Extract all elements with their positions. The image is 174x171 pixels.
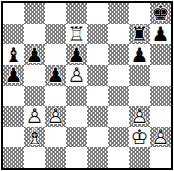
square-h2[interactable]: ♟♙ [150, 127, 171, 148]
square-b8[interactable] [24, 3, 45, 24]
square-b6[interactable]: ♟ [24, 44, 45, 65]
square-c4[interactable] [45, 86, 66, 107]
square-h1[interactable] [150, 147, 171, 168]
square-b5[interactable] [24, 65, 45, 86]
square-a2[interactable] [3, 127, 24, 148]
square-g7[interactable]: ♜ [129, 24, 150, 45]
square-e1[interactable] [87, 147, 108, 168]
square-g1[interactable] [129, 147, 150, 168]
square-f4[interactable] [108, 86, 129, 107]
black-pawn-icon: ♟ [129, 44, 150, 65]
white-pawn-icon: ♙ [129, 106, 150, 127]
square-f6[interactable] [108, 44, 129, 65]
square-a7[interactable] [3, 24, 24, 45]
square-g8[interactable] [129, 3, 150, 24]
square-e2[interactable] [87, 127, 108, 148]
square-e4[interactable] [87, 86, 108, 107]
white-bishop-icon: ♗ [24, 127, 45, 148]
chess-board: ♚♜♖♜♟♝♟♟♟♟♟♟♙♟♙♟♙♟♙♝♗♚♔♟♙ [1, 1, 173, 170]
square-c1[interactable] [45, 147, 66, 168]
square-h8[interactable]: ♚ [150, 3, 171, 24]
square-f7[interactable] [108, 24, 129, 45]
square-g6[interactable]: ♟ [129, 44, 150, 65]
square-e3[interactable] [87, 106, 108, 127]
white-pawn-fill: ♟ [129, 106, 150, 127]
diagram-frame: ♚♜♖♜♟♝♟♟♟♟♟♟♙♟♙♟♙♟♙♝♗♚♔♟♙ [0, 0, 174, 171]
square-h4[interactable] [150, 86, 171, 107]
white-rook-fill: ♜ [66, 24, 87, 45]
square-f1[interactable] [108, 147, 129, 168]
square-d2[interactable] [66, 127, 87, 148]
square-a6[interactable]: ♝ [3, 44, 24, 65]
square-g3[interactable]: ♟♙ [129, 106, 150, 127]
square-b4[interactable] [24, 86, 45, 107]
square-c7[interactable] [45, 24, 66, 45]
square-b1[interactable] [24, 147, 45, 168]
white-pawn-fill: ♟ [150, 127, 171, 148]
square-d5[interactable]: ♟♙ [66, 65, 87, 86]
square-h7[interactable]: ♟ [150, 24, 171, 45]
square-c5[interactable]: ♟ [45, 65, 66, 86]
square-b2[interactable]: ♝♗ [24, 127, 45, 148]
square-d4[interactable] [66, 86, 87, 107]
white-bishop-fill: ♝ [24, 127, 45, 148]
white-pawn-fill: ♟ [45, 106, 66, 127]
square-c6[interactable] [45, 44, 66, 65]
white-pawn-fill: ♟ [66, 65, 87, 86]
black-pawn-icon: ♟ [150, 24, 171, 45]
white-pawn-icon: ♙ [150, 127, 171, 148]
white-pawn-icon: ♙ [45, 106, 66, 127]
black-bishop-icon: ♝ [3, 44, 24, 65]
square-e7[interactable] [87, 24, 108, 45]
square-e6[interactable] [87, 44, 108, 65]
square-b7[interactable] [24, 24, 45, 45]
white-rook-icon: ♖ [66, 24, 87, 45]
square-f2[interactable] [108, 127, 129, 148]
black-pawn-icon: ♟ [45, 65, 66, 86]
square-g2[interactable]: ♚♔ [129, 127, 150, 148]
square-c8[interactable] [45, 3, 66, 24]
square-c3[interactable]: ♟♙ [45, 106, 66, 127]
black-pawn-icon: ♟ [24, 44, 45, 65]
square-a3[interactable] [3, 106, 24, 127]
square-d1[interactable] [66, 147, 87, 168]
square-d7[interactable]: ♜♖ [66, 24, 87, 45]
square-c2[interactable] [45, 127, 66, 148]
square-g4[interactable] [129, 86, 150, 107]
black-rook-icon: ♜ [129, 24, 150, 45]
white-king-fill: ♚ [129, 127, 150, 148]
square-d6[interactable]: ♟ [66, 44, 87, 65]
square-d8[interactable] [66, 3, 87, 24]
square-a5[interactable]: ♟ [3, 65, 24, 86]
square-a1[interactable] [3, 147, 24, 168]
black-pawn-icon: ♟ [3, 65, 24, 86]
square-d3[interactable] [66, 106, 87, 127]
square-h3[interactable] [150, 106, 171, 127]
square-e8[interactable] [87, 3, 108, 24]
square-h6[interactable] [150, 44, 171, 65]
square-g5[interactable] [129, 65, 150, 86]
white-pawn-icon: ♙ [24, 106, 45, 127]
square-a8[interactable] [3, 3, 24, 24]
white-king-icon: ♔ [129, 127, 150, 148]
square-b3[interactable]: ♟♙ [24, 106, 45, 127]
black-pawn-icon: ♟ [66, 44, 87, 65]
square-f3[interactable] [108, 106, 129, 127]
black-king-icon: ♚ [150, 3, 171, 24]
square-a4[interactable] [3, 86, 24, 107]
square-f5[interactable] [108, 65, 129, 86]
square-h5[interactable] [150, 65, 171, 86]
square-f8[interactable] [108, 3, 129, 24]
white-pawn-fill: ♟ [24, 106, 45, 127]
white-pawn-icon: ♙ [66, 65, 87, 86]
square-e5[interactable] [87, 65, 108, 86]
